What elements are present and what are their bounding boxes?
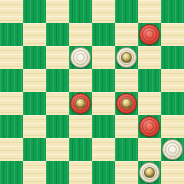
square-r3c3 [69,69,92,92]
white-man-piece[interactable] [162,139,183,160]
square-r5c2[interactable] [46,115,69,138]
square-r3c1 [23,69,46,92]
square-r5c1 [23,115,46,138]
square-r5c4[interactable] [92,115,115,138]
square-r2c0 [0,46,23,69]
square-r0c4 [92,0,115,23]
square-r0c7[interactable] [161,0,184,23]
square-r7c6[interactable] [138,161,161,184]
square-r0c3[interactable] [69,0,92,23]
square-r3c6[interactable] [138,69,161,92]
king-crown-gold-ball [121,98,132,109]
square-r7c5 [115,161,138,184]
square-r3c5 [115,69,138,92]
square-r6c1[interactable] [23,138,46,161]
square-r1c1 [23,23,46,46]
square-r5c0[interactable] [0,115,23,138]
square-r5c3 [69,115,92,138]
square-r1c4[interactable] [92,23,115,46]
square-r4c7[interactable] [161,92,184,115]
square-r2c3[interactable] [69,46,92,69]
square-r2c2 [46,46,69,69]
square-r7c2[interactable] [46,161,69,184]
square-r6c2 [46,138,69,161]
square-r0c6 [138,0,161,23]
square-r7c4[interactable] [92,161,115,184]
king-crown-gold-ball [75,98,86,109]
square-r0c5[interactable] [115,0,138,23]
square-r3c7 [161,69,184,92]
red-king-piece[interactable] [116,93,137,114]
square-r2c1[interactable] [23,46,46,69]
red-man-piece[interactable] [139,116,160,137]
square-r2c5[interactable] [115,46,138,69]
square-r4c0 [0,92,23,115]
red-king-piece[interactable] [70,93,91,114]
square-r1c2[interactable] [46,23,69,46]
square-r2c6 [138,46,161,69]
square-r7c3 [69,161,92,184]
square-r3c4[interactable] [92,69,115,92]
square-r6c7[interactable] [161,138,184,161]
king-crown-gold-ball [121,52,132,63]
square-r4c3[interactable] [69,92,92,115]
square-r1c5 [115,23,138,46]
square-r6c4 [92,138,115,161]
red-man-piece[interactable] [139,24,160,45]
square-r4c1[interactable] [23,92,46,115]
square-r0c0 [0,0,23,23]
white-king-piece[interactable] [139,162,160,183]
square-r1c6[interactable] [138,23,161,46]
square-r0c1[interactable] [23,0,46,23]
square-r1c3 [69,23,92,46]
square-r5c5 [115,115,138,138]
square-r1c0[interactable] [0,23,23,46]
white-king-piece[interactable] [116,47,137,68]
square-r7c1 [23,161,46,184]
square-r5c6[interactable] [138,115,161,138]
king-crown-gold-ball [144,167,155,178]
square-r3c0[interactable] [0,69,23,92]
square-r6c3[interactable] [69,138,92,161]
square-r6c5[interactable] [115,138,138,161]
square-r7c7 [161,161,184,184]
square-r4c4 [92,92,115,115]
square-r6c6 [138,138,161,161]
square-r6c0 [0,138,23,161]
square-r3c2[interactable] [46,69,69,92]
square-r2c7[interactable] [161,46,184,69]
square-r4c6 [138,92,161,115]
square-r4c2 [46,92,69,115]
square-r5c7 [161,115,184,138]
square-r0c2 [46,0,69,23]
square-r4c5[interactable] [115,92,138,115]
square-r2c4 [92,46,115,69]
checkers-board [0,0,184,184]
white-man-piece[interactable] [70,47,91,68]
square-r1c7 [161,23,184,46]
square-r7c0[interactable] [0,161,23,184]
